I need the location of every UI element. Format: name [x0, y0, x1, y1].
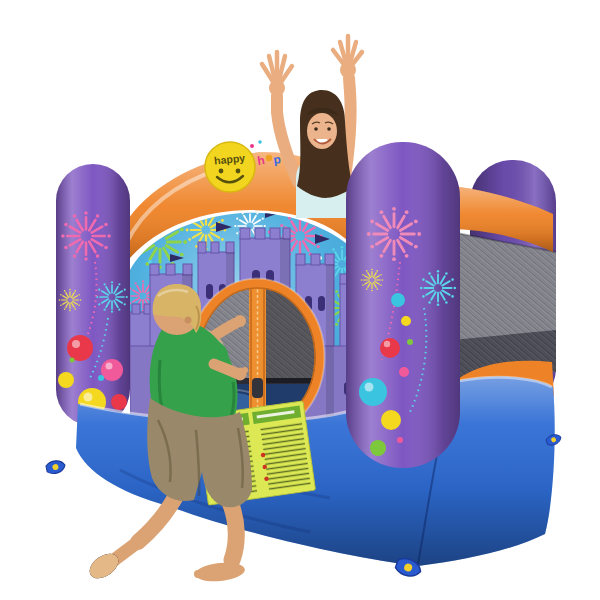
bounce-house-illustration: happy h p	[0, 0, 600, 600]
boy-front-leg	[230, 502, 236, 560]
girl-right-hand	[340, 62, 356, 78]
girl-left-hand	[269, 80, 285, 96]
product-photo-stage: happy h p	[0, 0, 600, 600]
boy-back-leg	[138, 496, 176, 542]
zipper-pull	[252, 378, 263, 398]
anchor-strap-left	[45, 459, 66, 475]
front-left-pillar	[56, 164, 130, 426]
front-right-pillar	[346, 142, 460, 468]
